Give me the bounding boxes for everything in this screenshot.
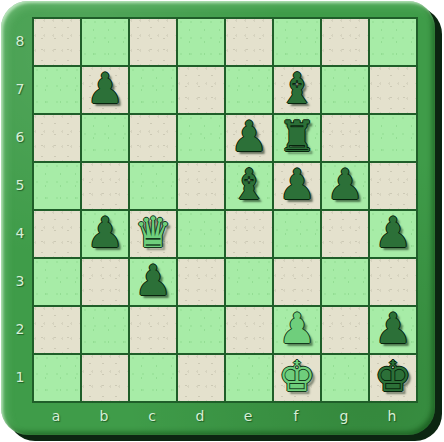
chess-board: ♟♝♟♜♝♟♟♟♛♟♟♟♟♚♚ (32, 17, 418, 403)
square-d4[interactable] (178, 211, 224, 257)
square-f2[interactable]: ♟ (274, 307, 320, 353)
white-pawn[interactable]: ♟ (278, 307, 316, 351)
square-f4[interactable] (274, 211, 320, 257)
black-rook[interactable]: ♜ (278, 115, 316, 159)
square-f5[interactable]: ♟ (274, 163, 320, 209)
black-bishop[interactable]: ♝ (278, 67, 316, 111)
square-a2[interactable] (34, 307, 80, 353)
square-b7[interactable]: ♟ (82, 67, 128, 113)
square-e1[interactable] (226, 355, 272, 401)
square-h1[interactable]: ♚ (370, 355, 416, 401)
white-queen[interactable]: ♛ (134, 211, 172, 255)
black-pawn[interactable]: ♟ (374, 211, 412, 255)
black-pawn[interactable]: ♟ (230, 115, 268, 159)
square-b8[interactable] (82, 19, 128, 65)
black-pawn[interactable]: ♟ (134, 259, 172, 303)
rank-label-2: 2 (9, 305, 31, 353)
square-e8[interactable] (226, 19, 272, 65)
rank-label-7: 7 (9, 65, 31, 113)
rank-label-1: 1 (9, 353, 31, 401)
square-e3[interactable] (226, 259, 272, 305)
square-f6[interactable]: ♜ (274, 115, 320, 161)
square-d5[interactable] (178, 163, 224, 209)
square-f3[interactable] (274, 259, 320, 305)
square-f1[interactable]: ♚ (274, 355, 320, 401)
square-a7[interactable] (34, 67, 80, 113)
rank-label-4: 4 (9, 209, 31, 257)
square-e5[interactable]: ♝ (226, 163, 272, 209)
square-c4[interactable]: ♛ (130, 211, 176, 257)
square-c3[interactable]: ♟ (130, 259, 176, 305)
file-label-c: c (128, 403, 176, 431)
square-b4[interactable]: ♟ (82, 211, 128, 257)
square-a6[interactable] (34, 115, 80, 161)
rank-label-3: 3 (9, 257, 31, 305)
square-d7[interactable] (178, 67, 224, 113)
square-d8[interactable] (178, 19, 224, 65)
rank-label-5: 5 (9, 161, 31, 209)
square-e6[interactable]: ♟ (226, 115, 272, 161)
file-label-g: g (320, 403, 368, 431)
square-g5[interactable]: ♟ (322, 163, 368, 209)
square-h6[interactable] (370, 115, 416, 161)
file-labels: abcdefgh (32, 403, 418, 431)
square-c5[interactable] (130, 163, 176, 209)
square-c8[interactable] (130, 19, 176, 65)
black-pawn[interactable]: ♟ (86, 67, 124, 111)
square-f7[interactable]: ♝ (274, 67, 320, 113)
file-label-b: b (80, 403, 128, 431)
square-d6[interactable] (178, 115, 224, 161)
square-g8[interactable] (322, 19, 368, 65)
square-c6[interactable] (130, 115, 176, 161)
square-h7[interactable] (370, 67, 416, 113)
square-b5[interactable] (82, 163, 128, 209)
black-pawn[interactable]: ♟ (278, 163, 316, 207)
square-b6[interactable] (82, 115, 128, 161)
square-h2[interactable]: ♟ (370, 307, 416, 353)
file-label-a: a (32, 403, 80, 431)
square-c7[interactable] (130, 67, 176, 113)
black-bishop[interactable]: ♝ (230, 163, 268, 207)
square-f8[interactable] (274, 19, 320, 65)
file-label-e: e (224, 403, 272, 431)
file-label-f: f (272, 403, 320, 431)
white-king[interactable]: ♚ (278, 355, 316, 399)
square-b2[interactable] (82, 307, 128, 353)
square-g6[interactable] (322, 115, 368, 161)
square-b3[interactable] (82, 259, 128, 305)
square-a5[interactable] (34, 163, 80, 209)
square-g3[interactable] (322, 259, 368, 305)
square-g4[interactable] (322, 211, 368, 257)
rank-labels: 87654321 (9, 17, 31, 403)
black-king[interactable]: ♚ (374, 355, 412, 399)
black-pawn[interactable]: ♟ (86, 211, 124, 255)
rank-label-6: 6 (9, 113, 31, 161)
square-e4[interactable] (226, 211, 272, 257)
square-d2[interactable] (178, 307, 224, 353)
file-label-d: d (176, 403, 224, 431)
square-h4[interactable]: ♟ (370, 211, 416, 257)
square-e2[interactable] (226, 307, 272, 353)
square-d3[interactable] (178, 259, 224, 305)
file-label-h: h (368, 403, 416, 431)
square-g1[interactable] (322, 355, 368, 401)
board-frame: 87654321 abcdefgh ♟♝♟♜♝♟♟♟♛♟♟♟♟♚♚ (1, 1, 435, 435)
square-h3[interactable] (370, 259, 416, 305)
square-h5[interactable] (370, 163, 416, 209)
square-g7[interactable] (322, 67, 368, 113)
square-a1[interactable] (34, 355, 80, 401)
black-pawn[interactable]: ♟ (374, 307, 412, 351)
square-d1[interactable] (178, 355, 224, 401)
square-a8[interactable] (34, 19, 80, 65)
square-a3[interactable] (34, 259, 80, 305)
black-pawn[interactable]: ♟ (326, 163, 364, 207)
square-b1[interactable] (82, 355, 128, 401)
square-c2[interactable] (130, 307, 176, 353)
square-h8[interactable] (370, 19, 416, 65)
square-e7[interactable] (226, 67, 272, 113)
square-c1[interactable] (130, 355, 176, 401)
square-a4[interactable] (34, 211, 80, 257)
square-g2[interactable] (322, 307, 368, 353)
chessboard-app: 87654321 abcdefgh ♟♝♟♜♝♟♟♟♛♟♟♟♟♚♚ (0, 0, 444, 442)
rank-label-8: 8 (9, 17, 31, 65)
